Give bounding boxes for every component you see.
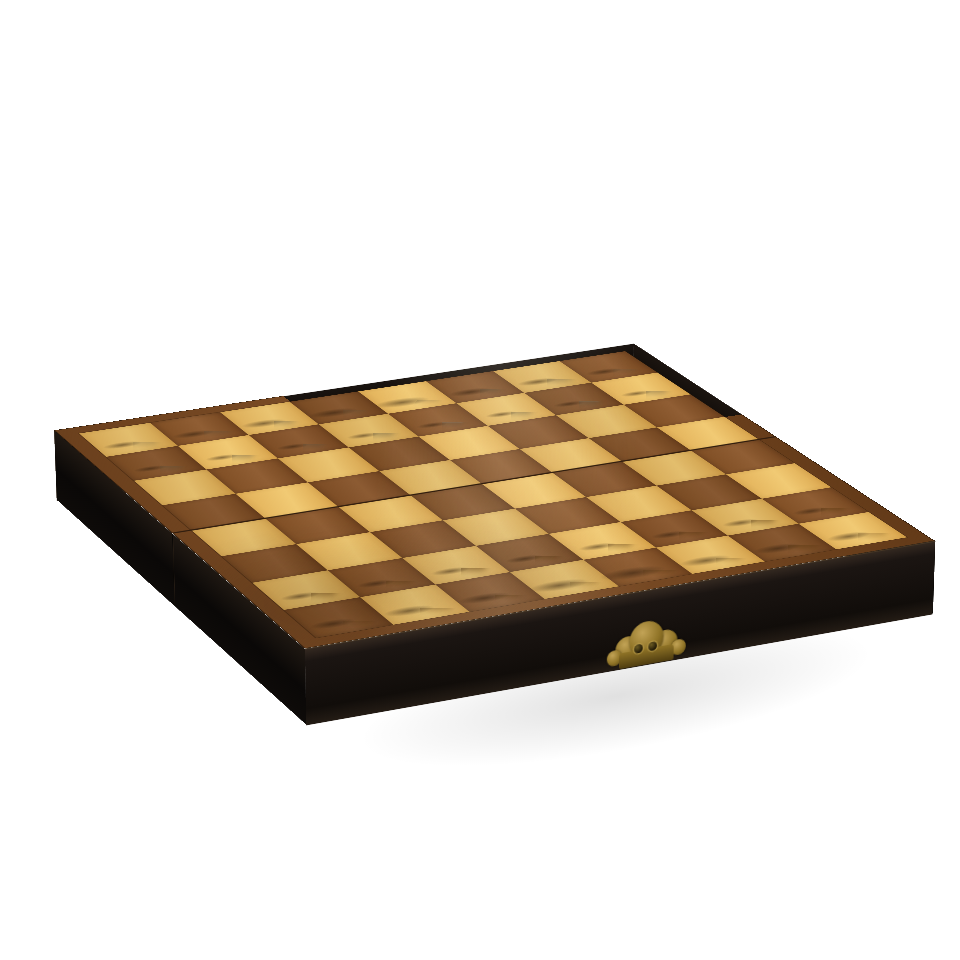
tan-rook-glyph: ♜	[299, 523, 387, 632]
scene: ♜♞♝♛♚♝♞♜♟♟♟♟♟♟♟♟♟♟♟♟♟♟♟♟♜♞♝♛♚♝♞♜	[0, 0, 960, 960]
box-fold-seam-left	[172, 533, 175, 607]
chess-box: ♜♞♝♛♚♝♞♜♟♟♟♟♟♟♟♟♟♟♟♟♟♟♟♟♜♞♝♛♚♝♞♜	[54, 343, 935, 648]
